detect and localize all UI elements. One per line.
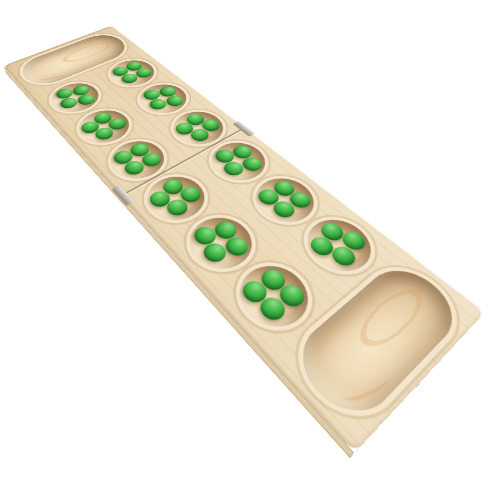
seed-marble	[222, 235, 251, 258]
seed-marble	[270, 178, 298, 198]
seed-marble	[257, 266, 290, 294]
pit-lower-5[interactable]	[162, 198, 280, 293]
seed-marble	[163, 197, 191, 219]
seed-marble	[254, 187, 282, 208]
seed-group	[136, 169, 215, 229]
seed-marble	[340, 229, 368, 253]
seed-marble	[212, 219, 240, 241]
seed-marble	[146, 189, 174, 210]
pit-lower-4-bowl[interactable]	[137, 169, 216, 229]
store-near-bowl	[285, 258, 468, 431]
pit-upper-6-bowl[interactable]	[295, 211, 384, 283]
seed-marble	[270, 198, 299, 220]
seed-marble	[256, 293, 290, 324]
board-perspective-wrap	[4, 26, 486, 453]
store-near	[267, 245, 485, 453]
seed-group	[181, 211, 262, 277]
pit-upper-5-bowl[interactable]	[245, 171, 326, 232]
pit-upper-5[interactable]	[230, 162, 339, 244]
seed-marble	[307, 234, 336, 259]
pit-lower-5-bowl[interactable]	[178, 209, 264, 280]
pit-lower-4[interactable]	[122, 160, 230, 241]
seed-marble	[200, 241, 229, 265]
seed-marble	[191, 225, 219, 248]
seed-marble	[177, 184, 204, 205]
pit-lower-6[interactable]	[210, 243, 339, 356]
seed-marble	[275, 281, 309, 311]
seed-marble	[329, 243, 358, 269]
pit-upper-6[interactable]	[280, 200, 399, 296]
seed-marble	[238, 277, 271, 306]
seed-marble	[318, 220, 346, 244]
product-photo-canvas	[0, 0, 500, 500]
seed-marble	[221, 160, 246, 178]
seed-group	[245, 171, 326, 232]
seed-marble	[121, 158, 147, 177]
seed-marble	[286, 189, 315, 210]
seed-group	[298, 211, 380, 282]
seed-marble	[159, 177, 186, 197]
